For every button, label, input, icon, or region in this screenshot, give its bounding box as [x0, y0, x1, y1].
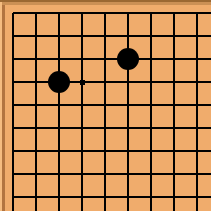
- intersection[interactable]: [140, 25, 163, 48]
- intersection[interactable]: [2, 71, 25, 94]
- intersection[interactable]: [25, 117, 48, 140]
- intersection[interactable]: [71, 140, 94, 163]
- intersection[interactable]: [117, 25, 140, 48]
- intersection[interactable]: [140, 140, 163, 163]
- intersection[interactable]: [117, 117, 140, 140]
- intersection[interactable]: [48, 140, 71, 163]
- intersection[interactable]: [25, 163, 48, 186]
- intersection[interactable]: [117, 71, 140, 94]
- intersection[interactable]: [186, 117, 209, 140]
- intersection[interactable]: [186, 48, 209, 71]
- intersection[interactable]: [2, 117, 25, 140]
- intersection[interactable]: [48, 2, 71, 25]
- board-grid: [2, 2, 209, 209]
- intersection[interactable]: [25, 71, 48, 94]
- intersection[interactable]: [163, 140, 186, 163]
- intersection[interactable]: [48, 186, 71, 209]
- intersection[interactable]: [163, 94, 186, 117]
- intersection[interactable]: [117, 94, 140, 117]
- intersection[interactable]: [117, 48, 140, 71]
- black-stone: [48, 71, 70, 93]
- intersection[interactable]: [71, 94, 94, 117]
- intersection[interactable]: [186, 186, 209, 209]
- intersection[interactable]: [186, 94, 209, 117]
- intersection[interactable]: [94, 117, 117, 140]
- intersection[interactable]: [2, 2, 25, 25]
- intersection[interactable]: [117, 140, 140, 163]
- intersection[interactable]: [140, 186, 163, 209]
- intersection[interactable]: [94, 25, 117, 48]
- intersection[interactable]: [186, 2, 209, 25]
- intersection[interactable]: [163, 48, 186, 71]
- go-board-diagram: [0, 0, 211, 211]
- intersection[interactable]: [140, 163, 163, 186]
- intersection[interactable]: [94, 71, 117, 94]
- intersection[interactable]: [25, 186, 48, 209]
- intersection[interactable]: [94, 94, 117, 117]
- intersection[interactable]: [48, 117, 71, 140]
- intersection[interactable]: [140, 94, 163, 117]
- intersection[interactable]: [163, 163, 186, 186]
- intersection[interactable]: [117, 163, 140, 186]
- intersection[interactable]: [163, 117, 186, 140]
- intersection[interactable]: [2, 48, 25, 71]
- intersection[interactable]: [2, 25, 25, 48]
- intersection[interactable]: [25, 94, 48, 117]
- intersection[interactable]: [71, 71, 94, 94]
- intersection[interactable]: [186, 71, 209, 94]
- intersection[interactable]: [25, 25, 48, 48]
- intersection[interactable]: [94, 186, 117, 209]
- intersection[interactable]: [94, 140, 117, 163]
- intersection[interactable]: [2, 140, 25, 163]
- hoshi-marker: [80, 80, 85, 85]
- intersection[interactable]: [140, 71, 163, 94]
- intersection[interactable]: [2, 163, 25, 186]
- intersection[interactable]: [140, 117, 163, 140]
- intersection[interactable]: [71, 48, 94, 71]
- intersection[interactable]: [25, 2, 48, 25]
- intersection[interactable]: [163, 186, 186, 209]
- intersection[interactable]: [25, 48, 48, 71]
- intersection[interactable]: [71, 186, 94, 209]
- intersection[interactable]: [2, 186, 25, 209]
- intersection[interactable]: [71, 2, 94, 25]
- intersection[interactable]: [48, 25, 71, 48]
- intersection[interactable]: [48, 163, 71, 186]
- intersection[interactable]: [71, 163, 94, 186]
- intersection[interactable]: [94, 2, 117, 25]
- intersection[interactable]: [186, 25, 209, 48]
- intersection[interactable]: [71, 117, 94, 140]
- intersection[interactable]: [48, 71, 71, 94]
- intersection[interactable]: [48, 94, 71, 117]
- intersection[interactable]: [117, 2, 140, 25]
- intersection[interactable]: [163, 71, 186, 94]
- intersection[interactable]: [140, 2, 163, 25]
- intersection[interactable]: [186, 163, 209, 186]
- intersection[interactable]: [163, 25, 186, 48]
- intersection[interactable]: [117, 186, 140, 209]
- intersection[interactable]: [186, 140, 209, 163]
- intersection[interactable]: [94, 163, 117, 186]
- intersection[interactable]: [48, 48, 71, 71]
- intersection[interactable]: [94, 48, 117, 71]
- intersection[interactable]: [25, 140, 48, 163]
- black-stone: [117, 48, 139, 70]
- intersection[interactable]: [71, 25, 94, 48]
- intersection[interactable]: [2, 94, 25, 117]
- intersection[interactable]: [140, 48, 163, 71]
- intersection[interactable]: [163, 2, 186, 25]
